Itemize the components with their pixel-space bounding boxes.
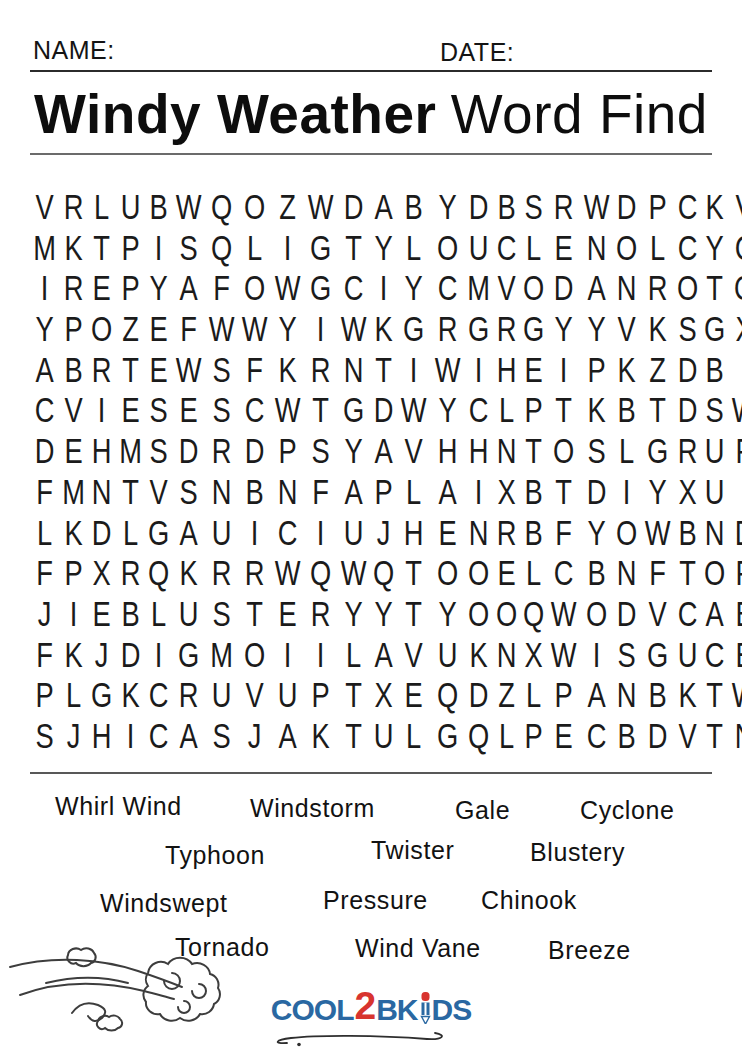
grid-cell-r7c6[interactable]: D xyxy=(176,430,202,471)
grid-cell-r4c13[interactable]: G xyxy=(401,308,427,349)
grid-cell-r11c21[interactable]: V xyxy=(644,593,670,634)
grid-cell-r1c15[interactable]: D xyxy=(467,186,490,227)
grid-cell-r9c17[interactable]: B xyxy=(523,512,544,553)
grid-cell-r1c3[interactable]: L xyxy=(91,186,112,227)
grid-cell-r6c17[interactable]: P xyxy=(523,390,544,431)
grid-cell-r14c15[interactable]: Q xyxy=(467,715,490,756)
grid-cell-r1c9[interactable]: Z xyxy=(275,186,301,227)
grid-cell-r3c18[interactable]: D xyxy=(551,267,577,308)
grid-cell-r6c6[interactable]: E xyxy=(176,390,202,431)
grid-cell-r8c7[interactable]: N xyxy=(209,471,235,512)
grid-cell-r1c23[interactable]: K xyxy=(704,186,725,227)
grid-cell-r4c8[interactable]: W xyxy=(242,308,268,349)
grid-cell-r3c6[interactable]: A xyxy=(176,267,202,308)
grid-cell-r8c15[interactable]: I xyxy=(467,471,490,512)
grid-cell-r13c13[interactable]: E xyxy=(401,675,427,716)
grid-cell-r11c13[interactable]: T xyxy=(401,593,427,634)
grid-cell-r14c1[interactable]: S xyxy=(33,715,56,756)
grid-cell-r14c5[interactable]: C xyxy=(148,715,169,756)
grid-cell-r12c21[interactable]: G xyxy=(644,634,670,675)
grid-cell-r7c15[interactable]: H xyxy=(467,430,490,471)
grid-cell-r13c17[interactable]: L xyxy=(523,675,544,716)
grid-cell-r5c1[interactable]: A xyxy=(33,349,56,390)
grid-cell-r11c9[interactable]: E xyxy=(275,593,301,634)
grid-cell-r13c14[interactable]: Q xyxy=(434,675,460,716)
grid-cell-r6c5[interactable]: S xyxy=(148,390,169,431)
grid-cell-r1c17[interactable]: S xyxy=(523,186,544,227)
grid-cell-r11c3[interactable]: E xyxy=(91,593,112,634)
grid-cell-r10c8[interactable]: R xyxy=(242,552,268,593)
grid-cell-r8c16[interactable]: X xyxy=(496,471,517,512)
grid-cell-r4c9[interactable]: Y xyxy=(275,308,301,349)
grid-cell-r10c12[interactable]: Q xyxy=(373,552,394,593)
grid-cell-r7c20[interactable]: L xyxy=(616,430,637,471)
grid-cell-r9c9[interactable]: C xyxy=(275,512,301,553)
grid-cell-r4c19[interactable]: Y xyxy=(584,308,610,349)
grid-cell-r7c24[interactable]: P xyxy=(732,430,742,471)
grid-cell-r14c8[interactable]: J xyxy=(242,715,268,756)
grid-cell-r3c2[interactable]: R xyxy=(62,267,85,308)
grid-cell-r9c15[interactable]: N xyxy=(467,512,490,553)
grid-cell-r3c17[interactable]: O xyxy=(523,267,544,308)
grid-cell-r12c23[interactable]: C xyxy=(704,634,725,675)
grid-cell-r13c6[interactable]: R xyxy=(176,675,202,716)
grid-cell-r14c6[interactable]: A xyxy=(176,715,202,756)
grid-cell-r14c12[interactable]: U xyxy=(373,715,394,756)
grid-cell-r1c2[interactable]: R xyxy=(62,186,85,227)
grid-cell-r13c10[interactable]: P xyxy=(308,675,334,716)
grid-cell-r9c8[interactable]: I xyxy=(242,512,268,553)
grid-cell-r14c21[interactable]: D xyxy=(644,715,670,756)
grid-cell-r10c22[interactable]: T xyxy=(677,552,698,593)
grid-cell-r13c18[interactable]: P xyxy=(551,675,577,716)
grid-cell-r13c15[interactable]: D xyxy=(467,675,490,716)
grid-cell-r3c7[interactable]: F xyxy=(209,267,235,308)
grid-cell-r1c1[interactable]: V xyxy=(33,186,56,227)
grid-cell-r14c2[interactable]: J xyxy=(62,715,85,756)
grid-cell-r10c18[interactable]: C xyxy=(551,552,577,593)
grid-cell-r3c11[interactable]: C xyxy=(341,267,367,308)
grid-cell-r7c8[interactable]: D xyxy=(242,430,268,471)
grid-cell-r9c10[interactable]: I xyxy=(308,512,334,553)
grid-cell-r14c7[interactable]: S xyxy=(209,715,235,756)
grid-cell-r1c12[interactable]: A xyxy=(373,186,394,227)
grid-cell-r5c8[interactable]: F xyxy=(242,349,268,390)
grid-cell-r13c19[interactable]: A xyxy=(584,675,610,716)
grid-cell-r13c4[interactable]: K xyxy=(119,675,142,716)
grid-cell-r1c4[interactable]: U xyxy=(119,186,142,227)
grid-cell-r4c16[interactable]: R xyxy=(496,308,517,349)
grid-cell-r1c19[interactable]: W xyxy=(584,186,610,227)
grid-cell-r3c5[interactable]: Y xyxy=(148,267,169,308)
grid-cell-r3c12[interactable]: I xyxy=(373,267,394,308)
grid-cell-r8c11[interactable]: A xyxy=(341,471,367,512)
grid-cell-r12c7[interactable]: M xyxy=(209,634,235,675)
grid-cell-r1c20[interactable]: D xyxy=(616,186,637,227)
grid-cell-r14c23[interactable]: T xyxy=(704,715,725,756)
grid-cell-r7c18[interactable]: O xyxy=(551,430,577,471)
grid-cell-r8c9[interactable]: N xyxy=(275,471,301,512)
grid-cell-r10c10[interactable]: Q xyxy=(308,552,334,593)
grid-cell-r13c21[interactable]: B xyxy=(644,675,670,716)
grid-cell-r6c4[interactable]: E xyxy=(119,390,142,431)
grid-cell-r5c19[interactable]: P xyxy=(584,349,610,390)
grid-cell-r6c22[interactable]: D xyxy=(677,390,698,431)
grid-cell-r2c1[interactable]: M xyxy=(33,227,56,268)
grid-cell-r1c16[interactable]: B xyxy=(496,186,517,227)
grid-cell-r8c4[interactable]: T xyxy=(119,471,142,512)
grid-cell-r11c10[interactable]: R xyxy=(308,593,334,634)
grid-cell-r3c15[interactable]: M xyxy=(467,267,490,308)
grid-cell-r14c4[interactable]: I xyxy=(119,715,142,756)
grid-cell-r6c13[interactable]: W xyxy=(401,390,427,431)
grid-cell-r10c16[interactable]: E xyxy=(496,552,517,593)
grid-cell-r6c24[interactable]: W xyxy=(732,390,742,431)
grid-cell-r14c11[interactable]: T xyxy=(341,715,367,756)
grid-cell-r13c3[interactable]: G xyxy=(91,675,112,716)
grid-cell-r14c13[interactable]: L xyxy=(401,715,427,756)
grid-cell-r5c5[interactable]: E xyxy=(148,349,169,390)
grid-cell-r1c21[interactable]: P xyxy=(644,186,670,227)
grid-cell-r9c20[interactable]: O xyxy=(616,512,637,553)
grid-cell-r7c21[interactable]: G xyxy=(644,430,670,471)
grid-cell-r11c14[interactable]: Y xyxy=(434,593,460,634)
grid-cell-r9c11[interactable]: U xyxy=(341,512,367,553)
grid-cell-r12c18[interactable]: W xyxy=(551,634,577,675)
grid-cell-r11c7[interactable]: S xyxy=(209,593,235,634)
grid-cell-r2c15[interactable]: U xyxy=(467,227,490,268)
grid-cell-r4c14[interactable]: R xyxy=(434,308,460,349)
grid-cell-r5c23[interactable]: B xyxy=(704,349,725,390)
grid-cell-r4c11[interactable]: W xyxy=(341,308,367,349)
grid-cell-r1c5[interactable]: B xyxy=(148,186,169,227)
grid-cell-r8c8[interactable]: B xyxy=(242,471,268,512)
grid-cell-r9c2[interactable]: K xyxy=(62,512,85,553)
grid-cell-r6c18[interactable]: T xyxy=(551,390,577,431)
grid-cell-r10c6[interactable]: K xyxy=(176,552,202,593)
grid-cell-r14c17[interactable]: P xyxy=(523,715,544,756)
grid-cell-r10c1[interactable]: F xyxy=(33,552,56,593)
grid-cell-r4c3[interactable]: O xyxy=(91,308,112,349)
grid-cell-r6c23[interactable]: S xyxy=(704,390,725,431)
grid-cell-r2c4[interactable]: P xyxy=(119,227,142,268)
grid-cell-r14c20[interactable]: B xyxy=(616,715,637,756)
grid-cell-r13c5[interactable]: C xyxy=(148,675,169,716)
grid-cell-r7c16[interactable]: N xyxy=(496,430,517,471)
grid-cell-r3c14[interactable]: C xyxy=(434,267,460,308)
grid-cell-r4c20[interactable]: V xyxy=(616,308,637,349)
grid-cell-r9c13[interactable]: H xyxy=(401,512,427,553)
grid-cell-r8c19[interactable]: D xyxy=(584,471,610,512)
grid-cell-r7c13[interactable]: V xyxy=(401,430,427,471)
grid-cell-r3c16[interactable]: V xyxy=(496,267,517,308)
grid-cell-r4c22[interactable]: S xyxy=(677,308,698,349)
grid-cell-r12c17[interactable]: X xyxy=(523,634,544,675)
grid-cell-r1c24[interactable]: V xyxy=(732,186,742,227)
grid-cell-r2c14[interactable]: O xyxy=(434,227,460,268)
grid-cell-r1c13[interactable]: B xyxy=(401,186,427,227)
grid-cell-r13c23[interactable]: T xyxy=(704,675,725,716)
grid-cell-r3c23[interactable]: T xyxy=(704,267,725,308)
grid-cell-r8c13[interactable]: L xyxy=(401,471,427,512)
grid-cell-r5c6[interactable]: W xyxy=(176,349,202,390)
grid-cell-r5c15[interactable]: I xyxy=(467,349,490,390)
grid-cell-r5c12[interactable]: T xyxy=(373,349,394,390)
grid-cell-r4c4[interactable]: Z xyxy=(119,308,142,349)
grid-cell-r9c5[interactable]: G xyxy=(148,512,169,553)
grid-cell-r11c1[interactable]: J xyxy=(33,593,56,634)
grid-cell-r2c7[interactable]: Q xyxy=(209,227,235,268)
grid-cell-r8c23[interactable]: U xyxy=(704,471,725,512)
grid-cell-r1c22[interactable]: C xyxy=(677,186,698,227)
grid-cell-r6c14[interactable]: Y xyxy=(434,390,460,431)
grid-cell-r4c15[interactable]: G xyxy=(467,308,490,349)
grid-cell-r10c21[interactable]: F xyxy=(644,552,670,593)
grid-cell-r5c2[interactable]: B xyxy=(62,349,85,390)
grid-cell-r8c1[interactable]: F xyxy=(33,471,56,512)
grid-cell-r5c11[interactable]: N xyxy=(341,349,367,390)
grid-cell-r6c19[interactable]: K xyxy=(584,390,610,431)
grid-cell-r10c14[interactable]: O xyxy=(434,552,460,593)
grid-cell-r12c11[interactable]: L xyxy=(341,634,367,675)
grid-cell-r2c5[interactable]: I xyxy=(148,227,169,268)
grid-cell-r12c1[interactable]: F xyxy=(33,634,56,675)
grid-cell-r2c19[interactable]: N xyxy=(584,227,610,268)
grid-cell-r6c10[interactable]: T xyxy=(308,390,334,431)
grid-cell-r13c24[interactable]: W xyxy=(732,675,742,716)
grid-cell-r5c22[interactable]: D xyxy=(677,349,698,390)
grid-cell-r4c1[interactable]: Y xyxy=(33,308,56,349)
grid-cell-r5c9[interactable]: K xyxy=(275,349,301,390)
grid-cell-r11c20[interactable]: D xyxy=(616,593,637,634)
grid-cell-r7c22[interactable]: R xyxy=(677,430,698,471)
grid-cell-r9c12[interactable]: J xyxy=(373,512,394,553)
grid-cell-r2c2[interactable]: K xyxy=(62,227,85,268)
grid-cell-r1c10[interactable]: W xyxy=(308,186,334,227)
grid-cell-r13c7[interactable]: U xyxy=(209,675,235,716)
grid-cell-r13c9[interactable]: U xyxy=(275,675,301,716)
grid-cell-r11c4[interactable]: B xyxy=(119,593,142,634)
grid-cell-r13c2[interactable]: L xyxy=(62,675,85,716)
grid-cell-r14c18[interactable]: E xyxy=(551,715,577,756)
grid-cell-r8c20[interactable]: I xyxy=(616,471,637,512)
grid-cell-r12c19[interactable]: I xyxy=(584,634,610,675)
grid-cell-r3c20[interactable]: N xyxy=(616,267,637,308)
grid-cell-r7c23[interactable]: U xyxy=(704,430,725,471)
grid-cell-r3c9[interactable]: W xyxy=(275,267,301,308)
grid-cell-r8c21[interactable]: Y xyxy=(644,471,670,512)
grid-cell-r9c23[interactable]: N xyxy=(704,512,725,553)
grid-cell-r13c12[interactable]: X xyxy=(373,675,394,716)
grid-cell-r2c8[interactable]: L xyxy=(242,227,268,268)
grid-cell-r12c4[interactable]: D xyxy=(119,634,142,675)
grid-cell-r11c24[interactable]: B xyxy=(732,593,742,634)
grid-cell-r8c18[interactable]: T xyxy=(551,471,577,512)
grid-cell-r6c20[interactable]: B xyxy=(616,390,637,431)
grid-cell-r10c19[interactable]: B xyxy=(584,552,610,593)
grid-cell-r13c11[interactable]: T xyxy=(341,675,367,716)
grid-cell-r11c19[interactable]: O xyxy=(584,593,610,634)
grid-cell-r14c24[interactable]: N xyxy=(732,715,742,756)
grid-cell-r11c18[interactable]: W xyxy=(551,593,577,634)
grid-cell-r3c21[interactable]: R xyxy=(644,267,670,308)
grid-cell-r4c6[interactable]: F xyxy=(176,308,202,349)
grid-cell-r9c6[interactable]: A xyxy=(176,512,202,553)
grid-cell-r3c3[interactable]: E xyxy=(91,267,112,308)
grid-cell-r10c4[interactable]: R xyxy=(119,552,142,593)
grid-cell-r11c5[interactable]: L xyxy=(148,593,169,634)
grid-cell-r11c17[interactable]: Q xyxy=(523,593,544,634)
grid-cell-r13c22[interactable]: K xyxy=(677,675,698,716)
grid-cell-r1c18[interactable]: R xyxy=(551,186,577,227)
grid-cell-r9c18[interactable]: F xyxy=(551,512,577,553)
grid-cell-r5c7[interactable]: S xyxy=(209,349,235,390)
grid-cell-r6c1[interactable]: C xyxy=(33,390,56,431)
grid-cell-r4c23[interactable]: G xyxy=(704,308,725,349)
grid-cell-r7c12[interactable]: A xyxy=(373,430,394,471)
grid-cell-r5c18[interactable]: I xyxy=(551,349,577,390)
grid-cell-r5c14[interactable]: W xyxy=(434,349,460,390)
grid-cell-r8c3[interactable]: N xyxy=(91,471,112,512)
grid-cell-r13c1[interactable]: P xyxy=(33,675,56,716)
grid-cell-r10c15[interactable]: O xyxy=(467,552,490,593)
grid-cell-r10c3[interactable]: X xyxy=(91,552,112,593)
grid-cell-r7c2[interactable]: E xyxy=(62,430,85,471)
grid-cell-r12c9[interactable]: I xyxy=(275,634,301,675)
grid-cell-r10c9[interactable]: W xyxy=(275,552,301,593)
grid-cell-r8c12[interactable]: P xyxy=(373,471,394,512)
grid-cell-r9c3[interactable]: D xyxy=(91,512,112,553)
grid-cell-r2c22[interactable]: C xyxy=(677,227,698,268)
grid-cell-r4c5[interactable]: E xyxy=(148,308,169,349)
grid-cell-r10c2[interactable]: P xyxy=(62,552,85,593)
grid-cell-r1c14[interactable]: Y xyxy=(434,186,460,227)
grid-cell-r6c9[interactable]: W xyxy=(275,390,301,431)
grid-cell-r2c13[interactable]: L xyxy=(401,227,427,268)
grid-cell-r3c1[interactable]: I xyxy=(33,267,56,308)
grid-cell-r1c7[interactable]: Q xyxy=(209,186,235,227)
grid-cell-r3c24[interactable]: O xyxy=(732,267,742,308)
grid-cell-r11c12[interactable]: Y xyxy=(373,593,394,634)
grid-cell-r12c8[interactable]: O xyxy=(242,634,268,675)
grid-cell-r11c15[interactable]: O xyxy=(467,593,490,634)
grid-cell-r2c3[interactable]: T xyxy=(91,227,112,268)
grid-cell-r12c6[interactable]: G xyxy=(176,634,202,675)
grid-cell-r9c24[interactable]: D xyxy=(732,512,742,553)
grid-cell-r6c11[interactable]: G xyxy=(341,390,367,431)
grid-cell-r14c22[interactable]: V xyxy=(677,715,698,756)
grid-cell-r3c4[interactable]: P xyxy=(119,267,142,308)
grid-cell-r5c10[interactable]: R xyxy=(308,349,334,390)
grid-cell-r14c10[interactable]: K xyxy=(308,715,334,756)
grid-cell-r1c8[interactable]: O xyxy=(242,186,268,227)
grid-cell-r11c23[interactable]: A xyxy=(704,593,725,634)
grid-cell-r7c17[interactable]: T xyxy=(523,430,544,471)
grid-cell-r5c13[interactable]: I xyxy=(401,349,427,390)
grid-cell-r3c10[interactable]: G xyxy=(308,267,334,308)
grid-cell-r8c17[interactable]: B xyxy=(523,471,544,512)
grid-cell-r3c8[interactable]: O xyxy=(242,267,268,308)
grid-cell-r11c16[interactable]: O xyxy=(496,593,517,634)
grid-cell-r6c8[interactable]: C xyxy=(242,390,268,431)
grid-cell-r8c22[interactable]: X xyxy=(677,471,698,512)
grid-cell-r11c8[interactable]: T xyxy=(242,593,268,634)
grid-cell-r12c16[interactable]: N xyxy=(496,634,517,675)
grid-cell-r11c11[interactable]: Y xyxy=(341,593,367,634)
grid-cell-r2c6[interactable]: S xyxy=(176,227,202,268)
grid-cell-r10c17[interactable]: L xyxy=(523,552,544,593)
grid-cell-r12c3[interactable]: J xyxy=(91,634,112,675)
grid-cell-r2c17[interactable]: L xyxy=(523,227,544,268)
grid-cell-r7c10[interactable]: S xyxy=(308,430,334,471)
grid-cell-r9c1[interactable]: L xyxy=(33,512,56,553)
grid-cell-r10c13[interactable]: T xyxy=(401,552,427,593)
grid-cell-r12c13[interactable]: V xyxy=(401,634,427,675)
grid-cell-r6c2[interactable]: V xyxy=(62,390,85,431)
grid-cell-r10c20[interactable]: N xyxy=(616,552,637,593)
grid-cell-r4c17[interactable]: G xyxy=(523,308,544,349)
grid-cell-r9c19[interactable]: Y xyxy=(584,512,610,553)
grid-cell-r14c16[interactable]: L xyxy=(496,715,517,756)
grid-cell-r8c14[interactable]: A xyxy=(434,471,460,512)
grid-cell-r5c3[interactable]: R xyxy=(91,349,112,390)
grid-cell-r8c5[interactable]: V xyxy=(148,471,169,512)
grid-cell-r7c4[interactable]: M xyxy=(119,430,142,471)
grid-cell-r2c11[interactable]: T xyxy=(341,227,367,268)
grid-cell-r1c6[interactable]: W xyxy=(176,186,202,227)
grid-cell-r4c12[interactable]: K xyxy=(373,308,394,349)
grid-cell-r12c20[interactable]: S xyxy=(616,634,637,675)
grid-cell-r4c24[interactable]: X xyxy=(732,308,742,349)
grid-cell-r6c3[interactable]: I xyxy=(91,390,112,431)
grid-cell-r7c3[interactable]: H xyxy=(91,430,112,471)
grid-cell-r8c10[interactable]: F xyxy=(308,471,334,512)
grid-cell-r7c19[interactable]: S xyxy=(584,430,610,471)
grid-cell-r2c21[interactable]: L xyxy=(644,227,670,268)
grid-cell-r10c7[interactable]: R xyxy=(209,552,235,593)
grid-cell-r10c24[interactable]: P xyxy=(732,552,742,593)
grid-cell-r9c14[interactable]: E xyxy=(434,512,460,553)
grid-cell-r11c6[interactable]: U xyxy=(176,593,202,634)
grid-cell-r2c12[interactable]: Y xyxy=(373,227,394,268)
grid-cell-r6c16[interactable]: L xyxy=(496,390,517,431)
grid-cell-r5c24[interactable]: I xyxy=(732,349,742,390)
grid-cell-r6c7[interactable]: S xyxy=(209,390,235,431)
grid-cell-r13c20[interactable]: N xyxy=(616,675,637,716)
grid-cell-r4c21[interactable]: K xyxy=(644,308,670,349)
grid-cell-r13c8[interactable]: V xyxy=(242,675,268,716)
grid-cell-r2c9[interactable]: I xyxy=(275,227,301,268)
grid-cell-r13c16[interactable]: Z xyxy=(496,675,517,716)
grid-cell-r7c1[interactable]: D xyxy=(33,430,56,471)
grid-cell-r9c22[interactable]: B xyxy=(677,512,698,553)
grid-cell-r2c18[interactable]: E xyxy=(551,227,577,268)
grid-cell-r5c16[interactable]: H xyxy=(496,349,517,390)
grid-cell-r8c6[interactable]: S xyxy=(176,471,202,512)
grid-cell-r12c14[interactable]: U xyxy=(434,634,460,675)
grid-cell-r2c10[interactable]: G xyxy=(308,227,334,268)
grid-cell-r12c2[interactable]: K xyxy=(62,634,85,675)
grid-cell-r14c3[interactable]: H xyxy=(91,715,112,756)
grid-cell-r2c23[interactable]: Y xyxy=(704,227,725,268)
grid-cell-r3c22[interactable]: O xyxy=(677,267,698,308)
grid-cell-r9c7[interactable]: U xyxy=(209,512,235,553)
grid-cell-r2c16[interactable]: C xyxy=(496,227,517,268)
grid-cell-r6c21[interactable]: T xyxy=(644,390,670,431)
grid-cell-r2c20[interactable]: O xyxy=(616,227,637,268)
grid-cell-r3c13[interactable]: Y xyxy=(401,267,427,308)
grid-cell-r4c10[interactable]: I xyxy=(308,308,334,349)
